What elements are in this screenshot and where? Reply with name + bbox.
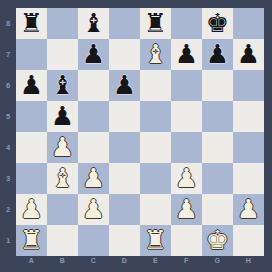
- white-pawn-h2[interactable]: ♟: [237, 196, 260, 222]
- file-label-c: C: [78, 257, 109, 271]
- square-a4[interactable]: [16, 132, 47, 163]
- file-label-g: G: [202, 257, 233, 271]
- square-c2[interactable]: ♟: [78, 194, 109, 225]
- square-b1[interactable]: [47, 225, 78, 256]
- square-d5[interactable]: [109, 101, 140, 132]
- file-label-b: B: [47, 257, 78, 271]
- square-d2[interactable]: [109, 194, 140, 225]
- white-pawn-c3[interactable]: ♟: [82, 165, 105, 191]
- file-labels: ABCDEFGH: [16, 257, 264, 271]
- square-d1[interactable]: [109, 225, 140, 256]
- square-e6[interactable]: [140, 70, 171, 101]
- black-bishop-b6[interactable]: ♝: [51, 72, 74, 98]
- square-h1[interactable]: [233, 225, 264, 256]
- square-g4[interactable]: [202, 132, 233, 163]
- white-pawn-c2[interactable]: ♟: [82, 196, 105, 222]
- square-a3[interactable]: [16, 163, 47, 194]
- file-label-e: E: [140, 257, 171, 271]
- square-f1[interactable]: [171, 225, 202, 256]
- black-pawn-c7[interactable]: ♟: [82, 41, 105, 67]
- rank-label-6: 6: [0, 70, 16, 101]
- square-a5[interactable]: [16, 101, 47, 132]
- square-g5[interactable]: [202, 101, 233, 132]
- rank-label-3: 3: [0, 163, 16, 194]
- black-pawn-g7[interactable]: ♟: [206, 41, 229, 67]
- square-h5[interactable]: [233, 101, 264, 132]
- square-c3[interactable]: ♟: [78, 163, 109, 194]
- file-label-h: H: [233, 257, 264, 271]
- square-b6[interactable]: ♝: [47, 70, 78, 101]
- square-h7[interactable]: ♟: [233, 39, 264, 70]
- square-f3[interactable]: ♟: [171, 163, 202, 194]
- square-b4[interactable]: ♟: [47, 132, 78, 163]
- white-rook-e1[interactable]: ♜: [144, 227, 167, 253]
- square-g2[interactable]: [202, 194, 233, 225]
- square-g6[interactable]: [202, 70, 233, 101]
- square-f7[interactable]: ♟: [171, 39, 202, 70]
- square-c6[interactable]: [78, 70, 109, 101]
- square-a7[interactable]: [16, 39, 47, 70]
- square-g1[interactable]: ♚: [202, 225, 233, 256]
- rank-label-4: 4: [0, 132, 16, 163]
- square-b5[interactable]: ♟: [47, 101, 78, 132]
- square-d6[interactable]: ♟: [109, 70, 140, 101]
- rank-label-2: 2: [0, 194, 16, 225]
- square-b7[interactable]: [47, 39, 78, 70]
- square-e4[interactable]: [140, 132, 171, 163]
- black-pawn-f7[interactable]: ♟: [175, 41, 198, 67]
- rank-label-8: 8: [0, 8, 16, 39]
- square-c7[interactable]: ♟: [78, 39, 109, 70]
- square-e2[interactable]: [140, 194, 171, 225]
- square-h4[interactable]: [233, 132, 264, 163]
- white-pawn-f2[interactable]: ♟: [175, 196, 198, 222]
- black-pawn-a6[interactable]: ♟: [20, 72, 43, 98]
- black-rook-e8[interactable]: ♜: [144, 10, 167, 36]
- square-d8[interactable]: [109, 8, 140, 39]
- black-bishop-c8[interactable]: ♝: [82, 10, 105, 36]
- square-h6[interactable]: [233, 70, 264, 101]
- white-pawn-b4[interactable]: ♟: [51, 134, 74, 160]
- square-a1[interactable]: ♜: [16, 225, 47, 256]
- chess-app: 87654321 ♜♝♜♚♟♝♟♟♟♟♝♟♟♟♝♟♟♟♟♟♟♜♜♚ ABCDEF…: [0, 0, 272, 272]
- white-rook-a1[interactable]: ♜: [20, 227, 43, 253]
- rank-label-1: 1: [0, 225, 16, 256]
- white-pawn-a2[interactable]: ♟: [20, 196, 43, 222]
- square-e5[interactable]: [140, 101, 171, 132]
- chess-board: ♜♝♜♚♟♝♟♟♟♟♝♟♟♟♝♟♟♟♟♟♟♜♜♚: [16, 8, 264, 256]
- black-rook-a8[interactable]: ♜: [20, 10, 43, 36]
- white-bishop-b3[interactable]: ♝: [51, 165, 74, 191]
- black-pawn-h7[interactable]: ♟: [237, 41, 260, 67]
- file-label-f: F: [171, 257, 202, 271]
- square-f5[interactable]: [171, 101, 202, 132]
- square-b2[interactable]: [47, 194, 78, 225]
- square-c5[interactable]: [78, 101, 109, 132]
- file-label-d: D: [109, 257, 140, 271]
- rank-labels: 87654321: [0, 8, 16, 256]
- square-c4[interactable]: [78, 132, 109, 163]
- square-a2[interactable]: ♟: [16, 194, 47, 225]
- square-e1[interactable]: ♜: [140, 225, 171, 256]
- square-f2[interactable]: ♟: [171, 194, 202, 225]
- square-h3[interactable]: [233, 163, 264, 194]
- square-e7[interactable]: ♝: [140, 39, 171, 70]
- square-e3[interactable]: [140, 163, 171, 194]
- square-d3[interactable]: [109, 163, 140, 194]
- square-d7[interactable]: [109, 39, 140, 70]
- white-king-g1[interactable]: ♚: [206, 227, 229, 253]
- square-g8[interactable]: ♚: [202, 8, 233, 39]
- rank-label-7: 7: [0, 39, 16, 70]
- square-f4[interactable]: [171, 132, 202, 163]
- square-a8[interactable]: ♜: [16, 8, 47, 39]
- black-pawn-b5[interactable]: ♟: [51, 103, 74, 129]
- rank-label-5: 5: [0, 101, 16, 132]
- square-h2[interactable]: ♟: [233, 194, 264, 225]
- white-pawn-f3[interactable]: ♟: [175, 165, 198, 191]
- square-e8[interactable]: ♜: [140, 8, 171, 39]
- black-pawn-d6[interactable]: ♟: [113, 72, 136, 98]
- square-f6[interactable]: [171, 70, 202, 101]
- square-b8[interactable]: [47, 8, 78, 39]
- square-a6[interactable]: ♟: [16, 70, 47, 101]
- square-c8[interactable]: ♝: [78, 8, 109, 39]
- square-h8[interactable]: [233, 8, 264, 39]
- square-b3[interactable]: ♝: [47, 163, 78, 194]
- file-label-a: A: [16, 257, 47, 271]
- square-c1[interactable]: [78, 225, 109, 256]
- square-g3[interactable]: [202, 163, 233, 194]
- square-g7[interactable]: ♟: [202, 39, 233, 70]
- square-d4[interactable]: [109, 132, 140, 163]
- black-king-g8[interactable]: ♚: [206, 10, 229, 36]
- white-bishop-e7[interactable]: ♝: [144, 41, 167, 67]
- square-f8[interactable]: [171, 8, 202, 39]
